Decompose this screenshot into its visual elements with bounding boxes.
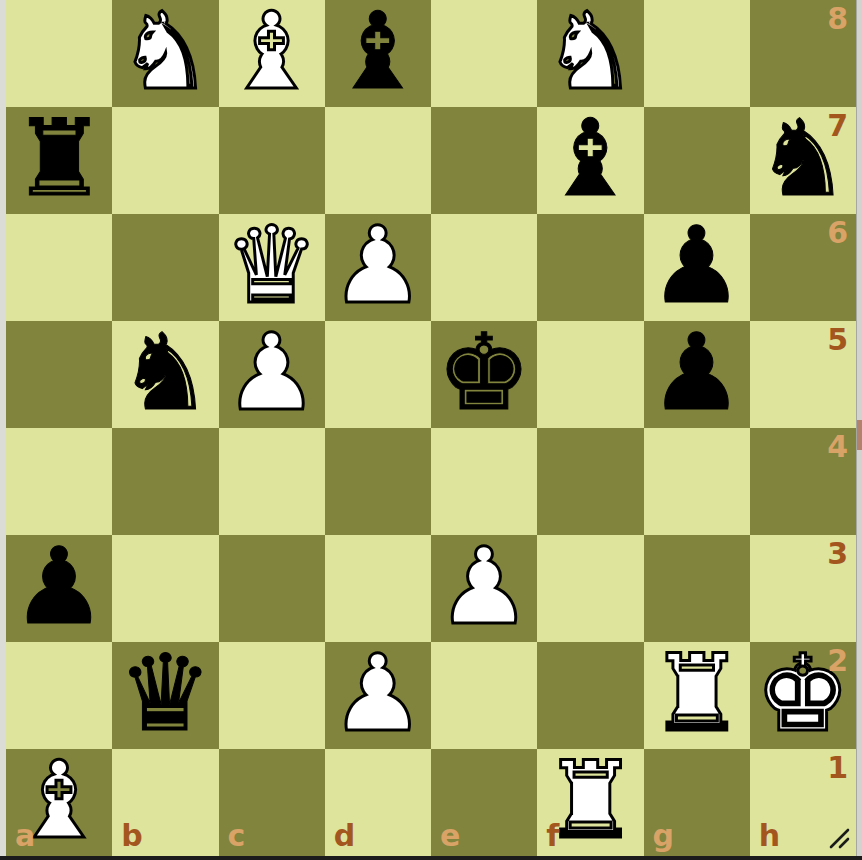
white-king[interactable]: ♚ [755,641,850,747]
white-rook[interactable]: ♜ [649,641,744,747]
black-rook[interactable]: ♜ [12,106,107,212]
rank-label-6: 6 [827,218,848,248]
black-pawn[interactable]: ♟ [649,213,744,319]
square-d3[interactable] [325,535,431,642]
rank-label-3: 3 [827,539,848,569]
white-queen[interactable]: ♛ [224,213,319,319]
square-b4[interactable] [112,428,218,535]
black-pawn[interactable]: ♟ [12,534,107,640]
square-c4[interactable] [219,428,325,535]
rank-label-1: 1 [827,753,848,783]
square-c5[interactable]: ♟ [219,321,325,428]
square-g8[interactable] [644,0,750,107]
file-label-c: c [228,821,246,851]
rank-label-5: 5 [827,325,848,355]
square-e7[interactable] [431,107,537,214]
square-e3[interactable]: ♟ [431,535,537,642]
white-pawn[interactable]: ♟ [330,213,425,319]
square-c2[interactable] [219,642,325,749]
file-label-g: g [653,821,674,851]
square-h5[interactable]: 5 [750,321,856,428]
square-c3[interactable] [219,535,325,642]
square-a3[interactable]: ♟ [6,535,112,642]
white-rook[interactable]: ♜ [543,748,638,854]
white-bishop[interactable]: ♝ [224,0,319,105]
square-c6[interactable]: ♛ [219,214,325,321]
rank-label-8: 8 [827,4,848,34]
square-h4[interactable]: 4 [750,428,856,535]
square-g2[interactable]: ♜ [644,642,750,749]
square-f7[interactable]: ♝ [537,107,643,214]
square-f2[interactable] [537,642,643,749]
square-a2[interactable] [6,642,112,749]
black-knight[interactable]: ♞ [755,106,850,212]
square-b6[interactable] [112,214,218,321]
chess-board: ♞♝♝♞8♜♝♞7♛♟♟6♞♟♚♟54♟♟3♛♟♜♚2♝abcde♜fg1h [6,0,856,856]
square-c1[interactable]: c [219,749,325,856]
white-knight[interactable]: ♞ [118,0,213,105]
square-a1[interactable]: ♝a [6,749,112,856]
square-h1[interactable]: 1h [750,749,856,856]
square-a4[interactable] [6,428,112,535]
square-f1[interactable]: ♜f [537,749,643,856]
square-g4[interactable] [644,428,750,535]
square-b3[interactable] [112,535,218,642]
square-c7[interactable] [219,107,325,214]
square-a7[interactable]: ♜ [6,107,112,214]
square-e8[interactable] [431,0,537,107]
square-h3[interactable]: 3 [750,535,856,642]
square-e4[interactable] [431,428,537,535]
square-d4[interactable] [325,428,431,535]
square-f8[interactable]: ♞ [537,0,643,107]
file-label-h: h [759,821,780,851]
white-bishop[interactable]: ♝ [12,748,107,854]
square-h2[interactable]: ♚2 [750,642,856,749]
square-f6[interactable] [537,214,643,321]
square-b7[interactable] [112,107,218,214]
right-scrollbar-thumb[interactable] [857,420,862,450]
square-a8[interactable] [6,0,112,107]
square-e5[interactable]: ♚ [431,321,537,428]
right-scrollbar-track[interactable] [856,0,862,856]
file-label-d: d [334,821,355,851]
square-c8[interactable]: ♝ [219,0,325,107]
square-g7[interactable] [644,107,750,214]
square-d5[interactable] [325,321,431,428]
square-h8[interactable]: 8 [750,0,856,107]
white-knight[interactable]: ♞ [543,0,638,105]
resize-handle-icon[interactable] [827,826,851,850]
white-pawn[interactable]: ♟ [330,641,425,747]
square-d7[interactable] [325,107,431,214]
square-g3[interactable] [644,535,750,642]
square-f3[interactable] [537,535,643,642]
rank-label-4: 4 [827,432,848,462]
black-pawn[interactable]: ♟ [649,320,744,426]
square-f5[interactable] [537,321,643,428]
bottom-window-edge [0,856,862,860]
square-f4[interactable] [537,428,643,535]
black-queen[interactable]: ♛ [118,641,213,747]
square-d8[interactable]: ♝ [325,0,431,107]
square-a6[interactable] [6,214,112,321]
square-b1[interactable]: b [112,749,218,856]
square-a5[interactable] [6,321,112,428]
file-label-e: e [440,821,460,851]
square-g5[interactable]: ♟ [644,321,750,428]
square-h6[interactable]: 6 [750,214,856,321]
black-bishop[interactable]: ♝ [330,0,425,105]
square-b2[interactable]: ♛ [112,642,218,749]
square-b8[interactable]: ♞ [112,0,218,107]
square-d2[interactable]: ♟ [325,642,431,749]
square-d1[interactable]: d [325,749,431,856]
black-bishop[interactable]: ♝ [543,106,638,212]
square-g6[interactable]: ♟ [644,214,750,321]
white-pawn[interactable]: ♟ [224,320,319,426]
square-e6[interactable] [431,214,537,321]
square-h7[interactable]: ♞7 [750,107,856,214]
square-b5[interactable]: ♞ [112,321,218,428]
square-e2[interactable] [431,642,537,749]
file-label-b: b [121,821,142,851]
square-g1[interactable]: g [644,749,750,856]
square-d6[interactable]: ♟ [325,214,431,321]
square-e1[interactable]: e [431,749,537,856]
white-pawn[interactable]: ♟ [437,534,532,640]
black-king[interactable]: ♚ [437,320,532,426]
black-knight[interactable]: ♞ [118,320,213,426]
